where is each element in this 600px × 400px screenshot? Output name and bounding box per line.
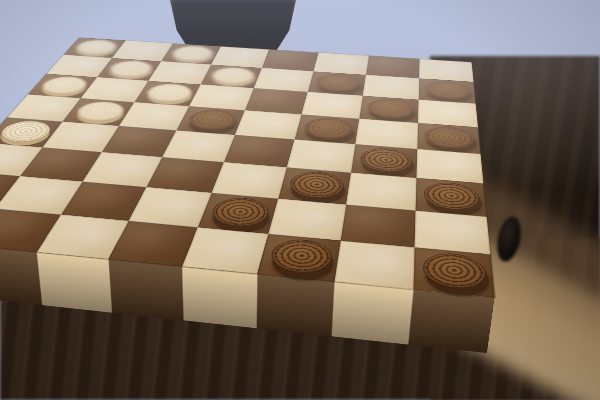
dark-piece[interactable] xyxy=(268,237,334,275)
square-d3[interactable] xyxy=(147,157,224,193)
light-piece[interactable] xyxy=(169,45,217,62)
dark-piece[interactable] xyxy=(367,98,414,120)
light-piece[interactable] xyxy=(37,75,92,95)
dark-piece[interactable] xyxy=(287,170,345,200)
checkers-board xyxy=(0,37,495,297)
square-g5[interactable] xyxy=(355,119,418,149)
square-f5[interactable] xyxy=(295,115,360,145)
dark-piece[interactable] xyxy=(315,73,361,92)
photo-scene xyxy=(0,0,600,400)
dark-piece[interactable] xyxy=(425,80,470,100)
square-e4[interactable] xyxy=(224,135,295,168)
light-piece[interactable] xyxy=(208,66,257,85)
dark-piece[interactable] xyxy=(208,196,272,229)
square-g3[interactable] xyxy=(346,173,416,211)
square-d4[interactable] xyxy=(162,130,235,162)
dark-piece[interactable] xyxy=(423,251,487,291)
dark-piece[interactable] xyxy=(359,147,412,174)
square-h5[interactable] xyxy=(417,123,480,154)
dark-piece[interactable] xyxy=(303,117,355,141)
square-e6[interactable] xyxy=(245,88,308,114)
square-e5[interactable] xyxy=(235,110,302,139)
dark-piece[interactable] xyxy=(185,108,240,131)
square-d5[interactable] xyxy=(176,106,244,135)
dark-piece[interactable] xyxy=(425,125,475,150)
light-piece[interactable] xyxy=(71,39,121,55)
light-piece[interactable] xyxy=(0,119,57,143)
light-piece[interactable] xyxy=(105,60,156,78)
light-piece[interactable] xyxy=(143,83,196,103)
dark-piece[interactable] xyxy=(424,181,480,212)
square-f6[interactable] xyxy=(302,92,363,119)
square-e3[interactable] xyxy=(212,162,287,198)
light-piece[interactable] xyxy=(72,100,129,122)
